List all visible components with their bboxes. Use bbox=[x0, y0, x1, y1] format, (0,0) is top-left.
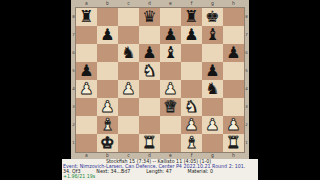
square-g2: ♟ bbox=[202, 116, 223, 134]
black-pawn-piece: ♟ bbox=[163, 26, 177, 44]
file-label: h bbox=[223, 0, 244, 8]
white-pawn-piece: ♟ bbox=[205, 116, 219, 134]
rank-label: 1 bbox=[244, 134, 249, 152]
rank-label: 2 bbox=[244, 116, 249, 134]
rank-label: 6 bbox=[244, 44, 249, 62]
square-f8: ♜ bbox=[181, 8, 202, 26]
square-d5: ♞ bbox=[139, 62, 160, 80]
square-f4 bbox=[181, 80, 202, 98]
square-e5 bbox=[160, 62, 181, 80]
square-e2 bbox=[160, 116, 181, 134]
file-label: a bbox=[76, 152, 97, 159]
square-a7 bbox=[76, 26, 97, 44]
black-rook-piece: ♜ bbox=[184, 8, 198, 26]
square-c8 bbox=[118, 8, 139, 26]
square-e6: ♝ bbox=[160, 44, 181, 62]
file-label: f bbox=[181, 152, 202, 159]
black-pawn-piece: ♟ bbox=[142, 44, 156, 62]
white-rook-piece: ♜ bbox=[226, 134, 240, 152]
square-e3: ♛ bbox=[160, 98, 181, 116]
file-labels-top: abcdefgh bbox=[76, 0, 244, 8]
square-b1: ♚ bbox=[97, 134, 118, 152]
black-rook-piece: ♜ bbox=[79, 8, 93, 26]
square-h6: ♟ bbox=[223, 44, 244, 62]
square-g6 bbox=[202, 44, 223, 62]
black-knight-piece: ♞ bbox=[205, 80, 219, 98]
white-bishop-piece: ♝ bbox=[184, 134, 198, 152]
square-c3 bbox=[118, 98, 139, 116]
square-d3 bbox=[139, 98, 160, 116]
square-c4: ♟ bbox=[118, 80, 139, 98]
white-knight-piece: ♞ bbox=[142, 62, 156, 80]
square-b6 bbox=[97, 44, 118, 62]
black-pawn-piece: ♟ bbox=[205, 62, 219, 80]
square-a6 bbox=[76, 44, 97, 62]
square-c7 bbox=[118, 26, 139, 44]
file-label: e bbox=[160, 152, 181, 159]
square-f2: ♟ bbox=[181, 116, 202, 134]
square-g1 bbox=[202, 134, 223, 152]
square-a1 bbox=[76, 134, 97, 152]
video-frame: abcdefgh 87654321 ♜♛♜♚♟♟♟♝♞♟♝♟♟♞♟♟♟♟♞♟♛♞… bbox=[0, 0, 320, 180]
white-king-piece: ♚ bbox=[100, 134, 114, 152]
file-label: g bbox=[202, 152, 223, 159]
file-label: b bbox=[97, 152, 118, 159]
rank-label: 7 bbox=[244, 26, 249, 44]
game-length: Length: 47 bbox=[146, 169, 172, 174]
square-d1: ♜ bbox=[139, 134, 160, 152]
square-f7: ♟ bbox=[181, 26, 202, 44]
file-label: h bbox=[223, 152, 244, 159]
square-h1: ♜ bbox=[223, 134, 244, 152]
square-a4: ♟ bbox=[76, 80, 97, 98]
file-labels-bottom: abcdefgh bbox=[76, 152, 244, 159]
status-panel: Stockfish 15 (7:34) -- Kallisto 11 (4:05… bbox=[62, 159, 258, 180]
file-label: d bbox=[139, 152, 160, 159]
square-f1: ♝ bbox=[181, 134, 202, 152]
black-pawn-piece: ♟ bbox=[100, 26, 114, 44]
square-c6: ♞ bbox=[118, 44, 139, 62]
black-knight-piece: ♞ bbox=[121, 44, 135, 62]
next-move: Next: 34...Bd7 bbox=[96, 169, 130, 174]
square-a8: ♜ bbox=[76, 8, 97, 26]
square-b3: ♟ bbox=[97, 98, 118, 116]
square-h2: ♟ bbox=[223, 116, 244, 134]
eval-line: +1.96/21 19s bbox=[63, 174, 258, 179]
square-d4 bbox=[139, 80, 160, 98]
black-pawn-piece: ♟ bbox=[79, 62, 93, 80]
file-label: c bbox=[118, 0, 139, 8]
board-grid: ♜♛♜♚♟♟♟♝♞♟♝♟♟♞♟♟♟♟♞♟♛♞♝♟♟♟♚♜♝♜ bbox=[76, 8, 244, 152]
square-b7: ♟ bbox=[97, 26, 118, 44]
square-b8 bbox=[97, 8, 118, 26]
rank-label: 4 bbox=[244, 80, 249, 98]
material-balance: Material: 0 bbox=[188, 169, 213, 174]
white-pawn-piece: ♟ bbox=[184, 116, 198, 134]
square-a2 bbox=[76, 116, 97, 134]
square-c1 bbox=[118, 134, 139, 152]
square-c2 bbox=[118, 116, 139, 134]
square-h5 bbox=[223, 62, 244, 80]
white-pawn-piece: ♟ bbox=[226, 116, 240, 134]
white-rook-piece: ♜ bbox=[142, 134, 156, 152]
square-f6 bbox=[181, 44, 202, 62]
black-pawn-piece: ♟ bbox=[184, 26, 198, 44]
square-h8 bbox=[223, 8, 244, 26]
file-label: a bbox=[76, 0, 97, 8]
file-label: e bbox=[160, 0, 181, 8]
file-label: f bbox=[181, 0, 202, 8]
square-g3 bbox=[202, 98, 223, 116]
rank-labels-right: 87654321 bbox=[244, 8, 249, 152]
square-g8: ♚ bbox=[202, 8, 223, 26]
black-king-piece: ♚ bbox=[205, 8, 219, 26]
square-f5 bbox=[181, 62, 202, 80]
white-pawn-piece: ♟ bbox=[163, 80, 177, 98]
square-a3 bbox=[76, 98, 97, 116]
square-b4 bbox=[97, 80, 118, 98]
square-d8: ♛ bbox=[139, 8, 160, 26]
square-h3 bbox=[223, 98, 244, 116]
white-bishop-piece: ♝ bbox=[100, 116, 114, 134]
white-pawn-piece: ♟ bbox=[121, 80, 135, 98]
square-h7 bbox=[223, 26, 244, 44]
black-bishop-piece: ♝ bbox=[163, 44, 177, 62]
file-label: d bbox=[139, 0, 160, 8]
chess-board-frame: abcdefgh 87654321 ♜♛♜♚♟♟♟♝♞♟♝♟♟♞♟♟♟♟♞♟♛♞… bbox=[71, 0, 249, 159]
file-label: g bbox=[202, 0, 223, 8]
rank-label: 8 bbox=[244, 8, 249, 26]
square-d7 bbox=[139, 26, 160, 44]
square-g5: ♟ bbox=[202, 62, 223, 80]
square-e8 bbox=[160, 8, 181, 26]
square-g7: ♝ bbox=[202, 26, 223, 44]
square-d6: ♟ bbox=[139, 44, 160, 62]
rank-label: 5 bbox=[244, 62, 249, 80]
square-a5: ♟ bbox=[76, 62, 97, 80]
file-label: b bbox=[97, 0, 118, 8]
square-b5 bbox=[97, 62, 118, 80]
square-b2: ♝ bbox=[97, 116, 118, 134]
square-g4: ♞ bbox=[202, 80, 223, 98]
square-e1 bbox=[160, 134, 181, 152]
square-f3: ♞ bbox=[181, 98, 202, 116]
rank-label: 3 bbox=[244, 98, 249, 116]
white-pawn-piece: ♟ bbox=[100, 98, 114, 116]
square-e7: ♟ bbox=[160, 26, 181, 44]
black-pawn-piece: ♟ bbox=[226, 44, 240, 62]
square-h4 bbox=[223, 80, 244, 98]
square-c5 bbox=[118, 62, 139, 80]
black-queen-piece: ♛ bbox=[142, 8, 156, 26]
white-knight-piece: ♞ bbox=[184, 98, 198, 116]
white-pawn-piece: ♟ bbox=[79, 80, 93, 98]
black-bishop-piece: ♝ bbox=[205, 26, 219, 44]
square-e4: ♟ bbox=[160, 80, 181, 98]
square-d2 bbox=[139, 116, 160, 134]
white-queen-piece: ♛ bbox=[163, 98, 177, 116]
file-label: c bbox=[118, 152, 139, 159]
